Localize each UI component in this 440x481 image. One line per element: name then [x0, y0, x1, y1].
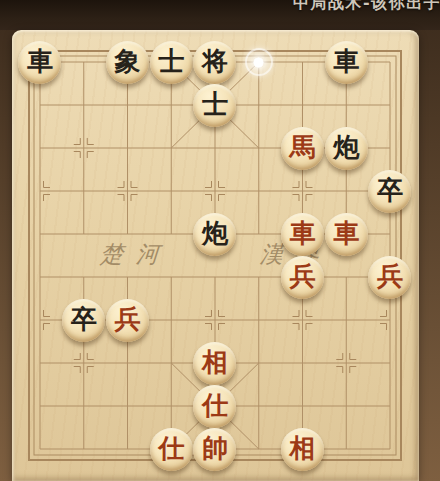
- piece-black-soldier[interactable]: 卒: [62, 299, 106, 342]
- piece-glyph: 車: [289, 220, 315, 246]
- piece-black-chariot[interactable]: 車: [18, 41, 62, 84]
- piece-glyph: 相: [202, 349, 228, 375]
- piece-glyph: 車: [333, 48, 359, 74]
- piece-red-advisor[interactable]: 仕: [149, 428, 193, 471]
- piece-black-advisor[interactable]: 士: [193, 84, 237, 127]
- piece-glyph: 士: [158, 48, 184, 74]
- piece-glyph: 兵: [114, 306, 140, 332]
- piece-red-advisor[interactable]: 仕: [193, 385, 237, 428]
- piece-glyph: 兵: [377, 263, 403, 289]
- piece-glyph: 仕: [202, 392, 228, 418]
- piece-glyph: 仕: [158, 435, 184, 461]
- piece-black-elephant[interactable]: 象: [106, 41, 150, 84]
- piece-glyph: 卒: [377, 177, 403, 203]
- piece-glyph: 帥: [202, 435, 228, 461]
- top-bar: 中局战术-该你出子: [0, 0, 440, 30]
- piece-red-chariot[interactable]: 車: [281, 213, 325, 256]
- piece-black-soldier[interactable]: 卒: [368, 170, 412, 213]
- piece-red-elephant[interactable]: 相: [193, 342, 237, 385]
- piece-glyph: 炮: [333, 134, 359, 160]
- piece-glyph: 象: [114, 48, 140, 74]
- piece-red-soldier[interactable]: 兵: [281, 256, 325, 299]
- piece-glyph: 相: [289, 435, 315, 461]
- pieces-layer: 車象士将車士馬炮卒炮車車兵兵卒兵相仕仕帥相: [18, 41, 412, 471]
- piece-glyph: 車: [27, 48, 53, 74]
- piece-black-advisor[interactable]: 士: [149, 41, 193, 84]
- piece-red-soldier[interactable]: 兵: [368, 256, 412, 299]
- piece-red-soldier[interactable]: 兵: [106, 299, 150, 342]
- piece-black-general[interactable]: 将: [193, 41, 237, 84]
- piece-glyph: 将: [202, 48, 228, 74]
- piece-red-elephant[interactable]: 相: [281, 428, 325, 471]
- piece-red-general[interactable]: 帥: [193, 428, 237, 471]
- piece-glyph: 馬: [289, 134, 315, 160]
- xiangqi-board: 楚河 漢界 車象士将車士馬炮卒炮車車兵兵卒兵相仕仕帥相: [12, 30, 419, 481]
- move-indicator-dot[interactable]: [237, 41, 281, 84]
- piece-glyph: 兵: [289, 263, 315, 289]
- piece-glyph: 車: [333, 220, 359, 246]
- piece-red-horse[interactable]: 馬: [281, 127, 325, 170]
- page-title: 中局战术-该你出子: [293, 0, 440, 14]
- piece-black-cannon[interactable]: 炮: [324, 127, 368, 170]
- piece-glyph: 卒: [71, 306, 97, 332]
- piece-glyph: 炮: [202, 220, 228, 246]
- app-window: 中局战术-该你出子 楚河 漢界 車象士将車士馬炮卒炮車車兵兵卒兵相仕仕帥相: [0, 0, 440, 481]
- piece-red-chariot[interactable]: 車: [324, 213, 368, 256]
- piece-glyph: 士: [202, 91, 228, 117]
- piece-black-cannon[interactable]: 炮: [193, 213, 237, 256]
- piece-black-chariot[interactable]: 車: [324, 41, 368, 84]
